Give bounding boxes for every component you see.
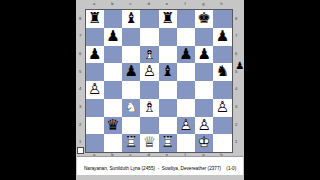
rank-label-6: 6	[234, 51, 238, 55]
piece-black-b: ♝	[122, 10, 140, 28]
square-f8[interactable]	[177, 10, 195, 28]
square-d3[interactable]: ♝♗	[140, 99, 158, 117]
white-to-move-indicator	[77, 147, 84, 154]
piece-white-r: ♖	[122, 134, 140, 152]
rank-label-8: 8	[78, 16, 82, 20]
square-a4[interactable]: ♟♙	[86, 81, 104, 99]
file-label-c: c	[121, 1, 139, 6]
square-f6[interactable]: ♟	[177, 46, 195, 64]
piece-black-p: ♟	[177, 46, 195, 64]
piece-white-fill: ♟	[86, 81, 104, 99]
piece-white-r: ♖	[159, 134, 177, 152]
square-d4[interactable]	[140, 81, 158, 99]
piece-white-b: ♗	[140, 46, 158, 64]
piece-white-fill: ♜	[159, 134, 177, 152]
piece-white-p: ♙	[213, 99, 231, 117]
square-b6[interactable]	[104, 46, 122, 64]
square-b4[interactable]	[104, 81, 122, 99]
players-result-line: Narayanan, Sunilduth Lyna (2455) - Sowli…	[77, 167, 243, 172]
piece-white-p: ♙	[140, 63, 158, 81]
square-c5[interactable]: ♟	[122, 63, 140, 81]
piece-black-b: ♝	[159, 63, 177, 81]
square-h8[interactable]	[213, 10, 231, 28]
square-f5[interactable]	[177, 63, 195, 81]
file-label-a: a	[85, 1, 103, 6]
square-h5[interactable]: ♞	[213, 63, 231, 81]
square-b8[interactable]	[104, 10, 122, 28]
square-h1[interactable]	[213, 134, 231, 152]
rank-label-3: 3	[78, 105, 82, 109]
piece-white-fill: ♟	[177, 117, 195, 135]
piece-white-q: ♕	[140, 134, 158, 152]
rank-label-1: 1	[234, 140, 238, 144]
square-a3[interactable]	[86, 99, 104, 117]
file-label-f: f	[176, 1, 194, 6]
rank-label-5: 5	[78, 69, 82, 73]
square-g3[interactable]	[195, 99, 213, 117]
rank-label-7: 7	[234, 34, 238, 38]
rank-label-4: 4	[78, 87, 82, 91]
square-d6[interactable]: ♝♗	[140, 46, 158, 64]
square-d8[interactable]	[140, 10, 158, 28]
square-a2[interactable]	[86, 117, 104, 135]
piece-black-q: ♛	[104, 117, 122, 135]
rank-labels-left: 87654321	[78, 9, 82, 151]
chess-gui-panel: abcdefgh 87654321 ♜♝♜♚♟♟♟♝♗♟♟♟♟♙♝♞♟♙♞♘♝♗…	[76, 0, 244, 180]
piece-white-fill: ♜	[122, 134, 140, 152]
square-g8[interactable]: ♚	[195, 10, 213, 28]
piece-white-n: ♘	[122, 99, 140, 117]
square-e3[interactable]	[159, 99, 177, 117]
rank-label-1: 1	[78, 140, 82, 144]
rank-label-6: 6	[78, 51, 82, 55]
square-d7[interactable]	[140, 28, 158, 46]
square-h2[interactable]	[213, 117, 231, 135]
game-info-text: Narayanan, Sunilduth Lyna (2455) - Sowli…	[77, 157, 243, 175]
square-g4[interactable]	[195, 81, 213, 99]
square-c3[interactable]: ♞♘	[122, 99, 140, 117]
square-a7[interactable]	[86, 28, 104, 46]
rank-labels-right: 87654321	[234, 9, 238, 151]
piece-white-p: ♙	[86, 81, 104, 99]
square-b1[interactable]	[104, 134, 122, 152]
piece-white-fill: ♛	[140, 134, 158, 152]
square-g2[interactable]: ♟♙	[195, 117, 213, 135]
square-g6[interactable]: ♟	[195, 46, 213, 64]
left-letterbox	[0, 0, 76, 180]
file-label-h: h	[212, 1, 230, 6]
piece-black-p: ♟	[104, 28, 122, 46]
square-f2[interactable]: ♟♙	[177, 117, 195, 135]
chess-board[interactable]: ♜♝♜♚♟♟♟♝♗♟♟♟♟♙♝♞♟♙♞♘♝♗♟♙♛♟♙♟♙♜♖♛♕♜♖♚♔	[85, 9, 233, 153]
square-b5[interactable]	[104, 63, 122, 81]
square-f3[interactable]	[177, 99, 195, 117]
file-label-d: d	[139, 1, 157, 6]
square-e6[interactable]	[159, 46, 177, 64]
square-e5[interactable]: ♝	[159, 63, 177, 81]
file-label-b: b	[103, 1, 121, 6]
square-d5[interactable]: ♟♙	[140, 63, 158, 81]
square-b7[interactable]: ♟	[104, 28, 122, 46]
game-info-panel: Narayanan, Sunilduth Lyna (2455) - Sowli…	[77, 156, 243, 175]
square-h3[interactable]: ♟♙	[213, 99, 231, 117]
piece-black-r: ♜	[86, 10, 104, 28]
piece-black-k: ♚	[195, 10, 213, 28]
square-g5[interactable]	[195, 63, 213, 81]
square-h6[interactable]	[213, 46, 231, 64]
piece-white-fill: ♞	[122, 99, 140, 117]
square-a6[interactable]: ♟	[86, 46, 104, 64]
piece-white-fill: ♟	[140, 63, 158, 81]
piece-black-r: ♜	[159, 10, 177, 28]
square-e7[interactable]	[159, 28, 177, 46]
video-frame: abcdefgh 87654321 ♜♝♜♚♟♟♟♝♗♟♟♟♟♙♝♞♟♙♞♘♝♗…	[0, 0, 320, 180]
file-label-e: e	[157, 1, 175, 6]
piece-white-fill: ♟	[195, 117, 213, 135]
rank-label-2: 2	[78, 122, 82, 126]
square-c2[interactable]	[122, 117, 140, 135]
square-f1[interactable]	[177, 134, 195, 152]
square-c7[interactable]	[122, 28, 140, 46]
square-e8[interactable]: ♜	[159, 10, 177, 28]
piece-white-fill: ♝	[140, 99, 158, 117]
piece-black-n: ♞	[213, 63, 231, 81]
square-b2[interactable]: ♛	[104, 117, 122, 135]
square-e4[interactable]	[159, 81, 177, 99]
square-c4[interactable]	[122, 81, 140, 99]
square-g7[interactable]	[195, 28, 213, 46]
square-c8[interactable]: ♝	[122, 10, 140, 28]
square-f7[interactable]	[177, 28, 195, 46]
square-d2[interactable]	[140, 117, 158, 135]
rank-label-7: 7	[78, 34, 82, 38]
piece-white-p: ♙	[195, 117, 213, 135]
square-d1[interactable]: ♛♕	[140, 134, 158, 152]
piece-black-p: ♟	[213, 28, 231, 46]
square-f4[interactable]	[177, 81, 195, 99]
rank-label-3: 3	[234, 105, 238, 109]
square-a8[interactable]: ♜	[86, 10, 104, 28]
square-e2[interactable]	[159, 117, 177, 135]
square-e1[interactable]: ♜♖	[159, 134, 177, 152]
piece-white-p: ♙	[177, 117, 195, 135]
piece-white-fill: ♟	[213, 99, 231, 117]
square-b3[interactable]	[104, 99, 122, 117]
square-h7[interactable]: ♟	[213, 28, 231, 46]
file-label-g: g	[194, 1, 212, 6]
piece-black-p: ♟	[86, 46, 104, 64]
rank-label-8: 8	[234, 16, 238, 20]
piece-white-b: ♗	[140, 99, 158, 117]
square-h4[interactable]	[213, 81, 231, 99]
piece-white-k: ♔	[195, 134, 213, 152]
piece-white-fill: ♚	[195, 134, 213, 152]
square-g1[interactable]: ♚♔	[195, 134, 213, 152]
square-a1[interactable]	[86, 134, 104, 152]
piece-black-p: ♟	[195, 46, 213, 64]
rank-label-4: 4	[234, 87, 238, 91]
square-a5[interactable]	[86, 63, 104, 81]
piece-black-p: ♟	[122, 63, 140, 81]
file-labels-top: abcdefgh	[85, 1, 231, 6]
square-c1[interactable]: ♜♖	[122, 134, 140, 152]
right-letterbox	[244, 0, 320, 180]
square-c6[interactable]	[122, 46, 140, 64]
piece-white-fill: ♝	[140, 46, 158, 64]
rank-label-2: 2	[234, 122, 238, 126]
